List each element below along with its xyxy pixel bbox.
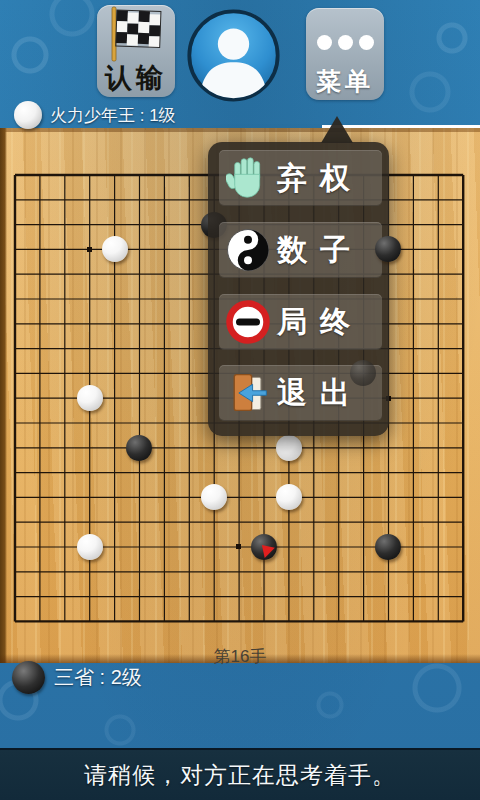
star-point (236, 544, 241, 549)
exit-door-icon (219, 371, 277, 415)
resign-label: 认输 (105, 63, 167, 93)
top-player-name: 火力少年王 : 1级 (50, 104, 176, 127)
star-point (87, 247, 92, 252)
white-stone (77, 534, 103, 560)
black-stone-icon (12, 661, 45, 694)
menu-item-exit-label: 退出 (277, 373, 363, 414)
black-stone (251, 534, 277, 560)
menu-item-end-game-label: 局终 (277, 302, 363, 343)
top-player-info: 火力少年王 : 1级 (14, 101, 176, 129)
black-stone (126, 435, 152, 461)
popup-arrow (321, 116, 353, 143)
menu-item-count[interactable]: 数子 (219, 222, 382, 278)
bottom-player-name: 三省 : 2级 (54, 664, 142, 691)
opponent-avatar[interactable] (186, 8, 281, 103)
menu-item-end-game[interactable]: 局终 (219, 294, 382, 350)
checkered-flag-icon (97, 5, 175, 63)
menu-button[interactable]: 菜单 (306, 8, 384, 100)
person-avatar-icon (186, 8, 281, 103)
white-stone-icon (14, 101, 42, 129)
white-stone (102, 236, 128, 262)
hand-icon (219, 156, 277, 200)
three-dots-icon (317, 35, 374, 50)
white-stone (77, 385, 103, 411)
no-entry-icon (219, 300, 277, 344)
yin-yang-icon (219, 228, 277, 272)
status-text: 请稍候，对方正在思考着手。 (84, 760, 396, 791)
menu-label: 菜单 (316, 66, 374, 96)
white-stone (276, 435, 302, 461)
menu-item-count-label: 数子 (277, 230, 363, 271)
popup-menu: 弃权 数子 局终 (208, 142, 389, 436)
status-bar: 请稍候，对方正在思考着手。 (0, 748, 480, 800)
menu-item-pass[interactable]: 弃权 (219, 150, 382, 206)
bottom-player-info: 三省 : 2级 (12, 661, 142, 694)
resign-button[interactable]: 认输 (97, 5, 175, 97)
white-stone (276, 484, 302, 510)
menu-item-pass-label: 弃权 (277, 158, 363, 199)
last-move-marker (262, 545, 275, 558)
